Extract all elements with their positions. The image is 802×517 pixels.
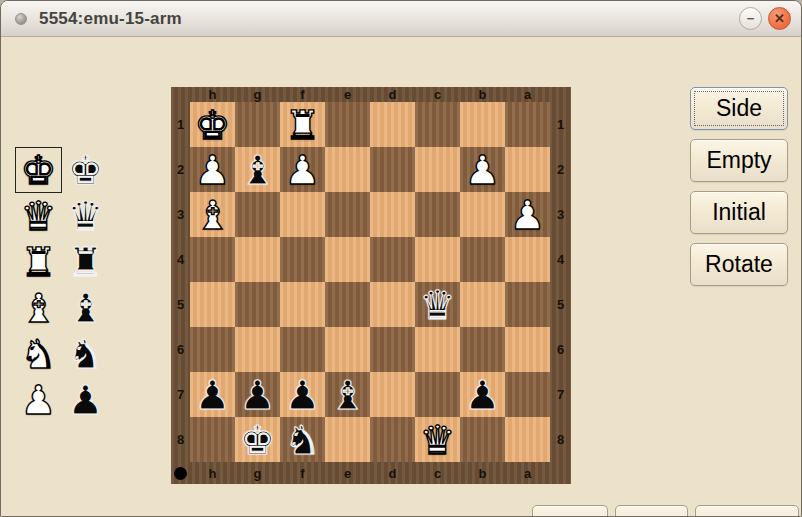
square-a2[interactable] — [505, 147, 550, 192]
action-bar: MoreOkCancel — [532, 505, 799, 517]
rank-label-right-5: 5 — [550, 282, 571, 327]
piece-bN: ♞ — [285, 420, 321, 460]
square-g3[interactable] — [235, 192, 280, 237]
piece-bK: ♚ — [68, 150, 104, 190]
square-e1[interactable] — [325, 102, 370, 147]
square-a7[interactable] — [505, 372, 550, 417]
square-g8[interactable]: ♚ — [235, 417, 280, 462]
square-c7[interactable] — [415, 372, 460, 417]
square-d4[interactable] — [370, 237, 415, 282]
rank-label-right-7: 7 — [550, 372, 571, 417]
square-h1[interactable]: ♚ — [190, 102, 235, 147]
file-label-top-g: g — [235, 87, 280, 102]
palette-bK[interactable]: ♚ — [62, 147, 109, 193]
close-button[interactable]: ✕ — [768, 7, 791, 30]
dialog-content: ♚♚♛♛♜♜♝♝♞♞♟♟ hgfedcba1♚♜12♟♝♟♟23♝♟3445♛5… — [1, 37, 801, 516]
file-label-bottom-c: c — [415, 462, 460, 484]
square-b4[interactable] — [460, 237, 505, 282]
piece-wQ: ♛ — [420, 420, 456, 460]
side-to-move-corner — [171, 462, 190, 484]
frame-corner-top-right — [550, 87, 571, 102]
square-h2[interactable]: ♟ — [190, 147, 235, 192]
rank-label-right-6: 6 — [550, 327, 571, 372]
window-controls: − ✕ — [739, 7, 791, 30]
square-a6[interactable] — [505, 327, 550, 372]
piece-wR: ♜ — [285, 105, 321, 145]
piece-bP: ♟ — [68, 380, 104, 420]
file-label-bottom-b: b — [460, 462, 505, 484]
piece-wB: ♝ — [195, 195, 231, 235]
piece-wB: ♝ — [21, 288, 57, 328]
piece-bP: ♟ — [240, 375, 276, 415]
palette-bR[interactable]: ♜ — [62, 239, 109, 285]
rotate-button[interactable]: Rotate — [690, 243, 788, 286]
piece-wP: ♟ — [21, 380, 57, 420]
square-e4[interactable] — [325, 237, 370, 282]
square-h4[interactable] — [190, 237, 235, 282]
chess-board: hgfedcba1♚♜12♟♝♟♟23♝♟3445♛5667♟♟♟♝♟78♚♞♛… — [171, 87, 571, 484]
square-a5[interactable] — [505, 282, 550, 327]
window-title: 5554:emu-15-arm — [39, 9, 182, 29]
side-to-move-dot — [174, 467, 187, 480]
square-e6[interactable] — [325, 327, 370, 372]
piece-wK: ♚ — [195, 105, 231, 145]
file-label-bottom-e: e — [325, 462, 370, 484]
square-e2[interactable] — [325, 147, 370, 192]
piece-wP: ♟ — [195, 150, 231, 190]
square-c8[interactable]: ♛ — [415, 417, 460, 462]
file-label-top-h: h — [190, 87, 235, 102]
frame-corner-bottom-right — [550, 462, 571, 484]
palette-bB[interactable]: ♝ — [62, 285, 109, 331]
file-label-top-d: d — [370, 87, 415, 102]
square-a8[interactable] — [505, 417, 550, 462]
square-b5[interactable] — [460, 282, 505, 327]
frame-corner-top-left — [171, 87, 190, 102]
square-c6[interactable] — [415, 327, 460, 372]
file-label-top-e: e — [325, 87, 370, 102]
square-a4[interactable] — [505, 237, 550, 282]
square-d5[interactable] — [370, 282, 415, 327]
rank-label-right-4: 4 — [550, 237, 571, 282]
ok-button[interactable]: Ok — [615, 505, 688, 517]
square-f2[interactable]: ♟ — [280, 147, 325, 192]
square-b6[interactable] — [460, 327, 505, 372]
empty-button[interactable]: Empty — [690, 139, 788, 182]
rank-label-right-3: 3 — [550, 192, 571, 237]
square-h8[interactable] — [190, 417, 235, 462]
rank-label-left-1: 1 — [171, 102, 190, 147]
square-g1[interactable] — [235, 102, 280, 147]
square-d3[interactable] — [370, 192, 415, 237]
piece-palette: ♚♚♛♛♜♜♝♝♞♞♟♟ — [15, 147, 109, 423]
piece-bP: ♟ — [195, 375, 231, 415]
palette-wP[interactable]: ♟ — [15, 377, 62, 423]
square-b8[interactable] — [460, 417, 505, 462]
square-b2[interactable]: ♟ — [460, 147, 505, 192]
file-label-top-b: b — [460, 87, 505, 102]
file-label-bottom-h: h — [190, 462, 235, 484]
palette-wN[interactable]: ♞ — [15, 331, 62, 377]
square-f1[interactable]: ♜ — [280, 102, 325, 147]
square-h5[interactable] — [190, 282, 235, 327]
piece-bN: ♞ — [68, 334, 104, 374]
piece-bB: ♝ — [330, 375, 366, 415]
rank-label-left-4: 4 — [171, 237, 190, 282]
palette-wQ[interactable]: ♛ — [15, 193, 62, 239]
more-button[interactable]: More — [532, 505, 608, 517]
square-f7[interactable]: ♟ — [280, 372, 325, 417]
file-label-top-f: f — [280, 87, 325, 102]
square-c1[interactable] — [415, 102, 460, 147]
square-c2[interactable] — [415, 147, 460, 192]
piece-wP: ♟ — [285, 150, 321, 190]
rank-label-left-3: 3 — [171, 192, 190, 237]
square-d2[interactable] — [370, 147, 415, 192]
square-g2[interactable]: ♝ — [235, 147, 280, 192]
square-f5[interactable] — [280, 282, 325, 327]
piece-bB: ♝ — [240, 150, 276, 190]
rank-label-left-8: 8 — [171, 417, 190, 462]
square-g4[interactable] — [235, 237, 280, 282]
square-a1[interactable] — [505, 102, 550, 147]
square-f8[interactable]: ♞ — [280, 417, 325, 462]
square-h3[interactable]: ♝ — [190, 192, 235, 237]
palette-wK[interactable]: ♚ — [15, 147, 62, 193]
file-label-bottom-d: d — [370, 462, 415, 484]
square-e7[interactable]: ♝ — [325, 372, 370, 417]
piece-bP: ♟ — [465, 375, 501, 415]
initial-button[interactable]: Initial — [690, 191, 788, 234]
rank-label-left-2: 2 — [171, 147, 190, 192]
square-d1[interactable] — [370, 102, 415, 147]
file-label-top-c: c — [415, 87, 460, 102]
piece-bQ: ♛ — [68, 196, 104, 236]
piece-wK: ♚ — [21, 150, 57, 190]
palette-bN[interactable]: ♞ — [62, 331, 109, 377]
edit-position-window: 5554:emu-15-arm − ✕ ♚♚♛♛♜♜♝♝♞♞♟♟ hgfedcb… — [0, 0, 802, 517]
cancel-button[interactable]: Cancel — [695, 505, 799, 517]
square-e5[interactable] — [325, 282, 370, 327]
side-panel: SideEmptyInitialRotate — [690, 87, 788, 286]
palette-wB[interactable]: ♝ — [15, 285, 62, 331]
piece-wN: ♞ — [21, 334, 57, 374]
rank-label-left-5: 5 — [171, 282, 190, 327]
square-c5[interactable]: ♛ — [415, 282, 460, 327]
file-label-bottom-f: f — [280, 462, 325, 484]
square-d6[interactable] — [370, 327, 415, 372]
minimize-button[interactable]: − — [739, 7, 762, 30]
square-b7[interactable]: ♟ — [460, 372, 505, 417]
square-a3[interactable]: ♟ — [505, 192, 550, 237]
rank-label-right-1: 1 — [550, 102, 571, 147]
square-h7[interactable]: ♟ — [190, 372, 235, 417]
piece-wR: ♜ — [21, 242, 57, 282]
rank-label-right-8: 8 — [550, 417, 571, 462]
square-c3[interactable] — [415, 192, 460, 237]
piece-bB: ♝ — [68, 288, 104, 328]
square-g7[interactable]: ♟ — [235, 372, 280, 417]
square-e8[interactable] — [325, 417, 370, 462]
square-d7[interactable] — [370, 372, 415, 417]
square-b3[interactable] — [460, 192, 505, 237]
file-label-bottom-g: g — [235, 462, 280, 484]
window-menu-icon[interactable] — [15, 13, 27, 25]
palette-bP[interactable]: ♟ — [62, 377, 109, 423]
square-g5[interactable] — [235, 282, 280, 327]
square-c4[interactable] — [415, 237, 460, 282]
palette-wR[interactable]: ♜ — [15, 239, 62, 285]
piece-wP: ♟ — [465, 150, 501, 190]
rank-label-left-6: 6 — [171, 327, 190, 372]
rank-label-left-7: 7 — [171, 372, 190, 417]
piece-wP: ♟ — [510, 195, 546, 235]
piece-bP: ♟ — [285, 375, 321, 415]
square-d8[interactable] — [370, 417, 415, 462]
square-h6[interactable] — [190, 327, 235, 372]
side-button[interactable]: Side — [690, 87, 788, 130]
square-g6[interactable] — [235, 327, 280, 372]
square-f4[interactable] — [280, 237, 325, 282]
rank-label-right-2: 2 — [550, 147, 571, 192]
file-label-bottom-a: a — [505, 462, 550, 484]
piece-bK: ♚ — [240, 420, 276, 460]
square-b1[interactable] — [460, 102, 505, 147]
square-f6[interactable] — [280, 327, 325, 372]
piece-wQ: ♛ — [21, 196, 57, 236]
square-e3[interactable] — [325, 192, 370, 237]
piece-bQ: ♛ — [420, 285, 456, 325]
file-label-top-a: a — [505, 87, 550, 102]
square-f3[interactable] — [280, 192, 325, 237]
palette-bQ[interactable]: ♛ — [62, 193, 109, 239]
titlebar: 5554:emu-15-arm − ✕ — [1, 1, 801, 37]
piece-bR: ♜ — [68, 242, 104, 282]
